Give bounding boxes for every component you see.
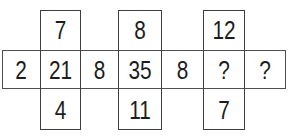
cell-row2-col7-unknown: ?	[249, 50, 281, 89]
cell-row2-col4: 35	[122, 50, 157, 89]
cell-row3-col2: 4	[44, 89, 77, 130]
cell-row2-col2: 21	[44, 50, 77, 89]
cell-row2-col6-unknown: ?	[207, 50, 241, 89]
cell-row3-col6: 7	[207, 89, 241, 130]
puzzle-board: 7 8 12 2 21 8 35 8 ? ? 4 11 7	[0, 0, 288, 140]
cell-row1-col6: 12	[207, 10, 241, 50]
puzzle-grid: 7 8 12 2 21 8 35 8 ? ? 4 11 7	[2, 10, 285, 130]
cell-row2-col5: 8	[166, 50, 199, 89]
cell-row1-col2: 7	[44, 10, 77, 50]
cell-row2-col3: 8	[85, 50, 115, 89]
cell-row1-col4: 8	[122, 10, 157, 50]
cell-row3-col4: 11	[122, 89, 157, 130]
cell-row2-col1: 2	[6, 50, 36, 89]
